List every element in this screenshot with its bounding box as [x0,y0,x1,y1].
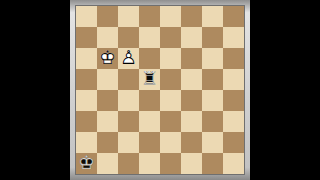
square-c2[interactable] [118,132,139,153]
square-e5[interactable] [160,69,181,90]
square-f7[interactable] [181,27,202,48]
square-g4[interactable] [202,90,223,111]
square-c1[interactable] [118,153,139,174]
square-e8[interactable] [160,6,181,27]
square-f4[interactable] [181,90,202,111]
square-f2[interactable] [181,132,202,153]
square-h5[interactable] [223,69,244,90]
square-g8[interactable] [202,6,223,27]
square-h2[interactable] [223,132,244,153]
square-b6[interactable]: ♚♔ [97,48,118,69]
letterbox-right [250,0,320,180]
square-g3[interactable] [202,111,223,132]
square-d1[interactable] [139,153,160,174]
square-f3[interactable] [181,111,202,132]
square-b7[interactable] [97,27,118,48]
black-rook-glyph-outline: ♖ [139,68,160,89]
square-b3[interactable] [97,111,118,132]
square-e1[interactable] [160,153,181,174]
square-d2[interactable] [139,132,160,153]
square-h7[interactable] [223,27,244,48]
square-e4[interactable] [160,90,181,111]
letterbox-left [0,0,70,180]
square-d3[interactable] [139,111,160,132]
square-b5[interactable] [97,69,118,90]
square-f1[interactable] [181,153,202,174]
square-f8[interactable] [181,6,202,27]
square-f6[interactable] [181,48,202,69]
square-d5[interactable]: ♜♖ [139,69,160,90]
square-e3[interactable] [160,111,181,132]
square-e7[interactable] [160,27,181,48]
white-king[interactable]: ♚♔ [97,48,118,69]
white-pawn-glyph-outline: ♙ [118,47,139,68]
square-b4[interactable] [97,90,118,111]
square-b2[interactable] [97,132,118,153]
square-h4[interactable] [223,90,244,111]
square-e6[interactable] [160,48,181,69]
square-a3[interactable] [76,111,97,132]
square-c8[interactable] [118,6,139,27]
square-c4[interactable] [118,90,139,111]
square-h6[interactable] [223,48,244,69]
square-d6[interactable] [139,48,160,69]
square-a6[interactable] [76,48,97,69]
square-d7[interactable] [139,27,160,48]
square-g5[interactable] [202,69,223,90]
square-c6[interactable]: ♟♙ [118,48,139,69]
square-c3[interactable] [118,111,139,132]
square-a2[interactable] [76,132,97,153]
square-g2[interactable] [202,132,223,153]
square-e2[interactable] [160,132,181,153]
white-king-glyph-outline: ♔ [97,47,118,68]
square-h8[interactable] [223,6,244,27]
chess-board[interactable]: ♚♔♟♙♜♖♚♔ [75,5,245,175]
square-f5[interactable] [181,69,202,90]
square-b1[interactable] [97,153,118,174]
square-h3[interactable] [223,111,244,132]
white-pawn[interactable]: ♟♙ [118,48,139,69]
square-c5[interactable] [118,69,139,90]
square-a5[interactable] [76,69,97,90]
square-g1[interactable] [202,153,223,174]
square-a4[interactable] [76,90,97,111]
square-a1[interactable]: ♚♔ [76,153,97,174]
square-d8[interactable] [139,6,160,27]
screenshot-canvas: ♚♔♟♙♜♖♚♔ [0,0,320,180]
square-h1[interactable] [223,153,244,174]
black-king[interactable]: ♚♔ [76,153,97,174]
chess-board-frame: ♚♔♟♙♜♖♚♔ [70,0,250,180]
square-g7[interactable] [202,27,223,48]
square-d4[interactable] [139,90,160,111]
square-c7[interactable] [118,27,139,48]
black-rook[interactable]: ♜♖ [139,69,160,90]
black-king-glyph-outline: ♔ [76,152,97,173]
square-a7[interactable] [76,27,97,48]
square-a8[interactable] [76,6,97,27]
square-b8[interactable] [97,6,118,27]
square-g6[interactable] [202,48,223,69]
